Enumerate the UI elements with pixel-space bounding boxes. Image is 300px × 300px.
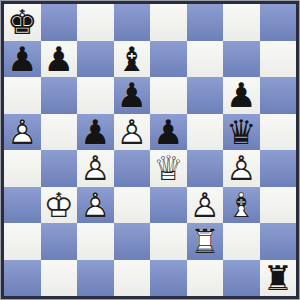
square-d3[interactable] bbox=[114, 187, 151, 224]
square-d6[interactable]: ♟ bbox=[114, 77, 151, 114]
square-a1[interactable] bbox=[4, 260, 41, 297]
square-e1[interactable] bbox=[150, 260, 187, 297]
white-pawn-icon[interactable]: ♟♙ bbox=[187, 187, 224, 224]
black-pawn-icon[interactable]: ♟ bbox=[77, 114, 114, 151]
square-a3[interactable] bbox=[4, 187, 41, 224]
square-f2[interactable]: ♜♖ bbox=[187, 223, 224, 260]
square-h7[interactable] bbox=[260, 41, 297, 78]
piece-glyph-outline: ♙ bbox=[187, 187, 224, 224]
square-b7[interactable]: ♟ bbox=[41, 41, 78, 78]
square-a5[interactable]: ♟♙ bbox=[4, 114, 41, 151]
square-g3[interactable]: ♝♗ bbox=[223, 187, 260, 224]
white-pawn-icon[interactable]: ♟♙ bbox=[223, 150, 260, 187]
square-d8[interactable] bbox=[114, 4, 151, 41]
piece-glyph-outline: ♕ bbox=[150, 150, 187, 187]
square-c6[interactable] bbox=[77, 77, 114, 114]
square-b8[interactable] bbox=[41, 4, 78, 41]
black-queen-icon[interactable]: ♛ bbox=[223, 114, 260, 151]
square-f7[interactable] bbox=[187, 41, 224, 78]
square-f1[interactable] bbox=[187, 260, 224, 297]
square-f4[interactable] bbox=[187, 150, 224, 187]
white-bishop-icon[interactable]: ♝♗ bbox=[223, 187, 260, 224]
square-e5[interactable]: ♟ bbox=[150, 114, 187, 151]
square-c1[interactable] bbox=[77, 260, 114, 297]
square-g5[interactable]: ♛ bbox=[223, 114, 260, 151]
square-c7[interactable] bbox=[77, 41, 114, 78]
white-pawn-icon[interactable]: ♟♙ bbox=[4, 114, 41, 151]
square-c2[interactable] bbox=[77, 223, 114, 260]
piece-glyph-outline: ♙ bbox=[223, 150, 260, 187]
square-b1[interactable] bbox=[41, 260, 78, 297]
square-a8[interactable]: ♚ bbox=[4, 4, 41, 41]
square-c3[interactable]: ♟♙ bbox=[77, 187, 114, 224]
black-rook-icon[interactable]: ♜ bbox=[260, 260, 297, 297]
square-f8[interactable] bbox=[187, 4, 224, 41]
square-b4[interactable] bbox=[41, 150, 78, 187]
square-e8[interactable] bbox=[150, 4, 187, 41]
black-pawn-icon[interactable]: ♟ bbox=[4, 41, 41, 78]
square-h1[interactable]: ♜ bbox=[260, 260, 297, 297]
chess-board: ♚♟♟♝♟♟♟♙♟♟♙♟♛♟♙♛♕♟♙♚♔♟♙♟♙♝♗♜♖♜ bbox=[4, 4, 296, 296]
square-g4[interactable]: ♟♙ bbox=[223, 150, 260, 187]
piece-glyph-outline: ♙ bbox=[77, 187, 114, 224]
black-king-icon[interactable]: ♚ bbox=[4, 4, 41, 41]
square-b3[interactable]: ♚♔ bbox=[41, 187, 78, 224]
white-rook-icon[interactable]: ♜♖ bbox=[187, 223, 224, 260]
piece-glyph-outline: ♙ bbox=[77, 150, 114, 187]
board-frame: ♚♟♟♝♟♟♟♙♟♟♙♟♛♟♙♛♕♟♙♚♔♟♙♟♙♝♗♜♖♜ bbox=[0, 0, 300, 300]
square-b6[interactable] bbox=[41, 77, 78, 114]
square-g1[interactable] bbox=[223, 260, 260, 297]
black-pawn-icon[interactable]: ♟ bbox=[223, 77, 260, 114]
square-e4[interactable]: ♛♕ bbox=[150, 150, 187, 187]
square-a6[interactable] bbox=[4, 77, 41, 114]
square-g7[interactable] bbox=[223, 41, 260, 78]
square-h4[interactable] bbox=[260, 150, 297, 187]
square-e7[interactable] bbox=[150, 41, 187, 78]
black-pawn-icon[interactable]: ♟ bbox=[150, 114, 187, 151]
white-king-icon[interactable]: ♚♔ bbox=[41, 187, 78, 224]
piece-glyph-outline: ♔ bbox=[41, 187, 78, 224]
square-g6[interactable]: ♟ bbox=[223, 77, 260, 114]
square-a4[interactable] bbox=[4, 150, 41, 187]
square-d4[interactable] bbox=[114, 150, 151, 187]
square-h3[interactable] bbox=[260, 187, 297, 224]
square-f3[interactable]: ♟♙ bbox=[187, 187, 224, 224]
square-b2[interactable] bbox=[41, 223, 78, 260]
square-c8[interactable] bbox=[77, 4, 114, 41]
square-e6[interactable] bbox=[150, 77, 187, 114]
square-f6[interactable] bbox=[187, 77, 224, 114]
square-g2[interactable] bbox=[223, 223, 260, 260]
piece-glyph-outline: ♖ bbox=[187, 223, 224, 260]
black-pawn-icon[interactable]: ♟ bbox=[41, 41, 78, 78]
square-d1[interactable] bbox=[114, 260, 151, 297]
square-a2[interactable] bbox=[4, 223, 41, 260]
square-b5[interactable] bbox=[41, 114, 78, 151]
square-d7[interactable]: ♝ bbox=[114, 41, 151, 78]
white-queen-icon[interactable]: ♛♕ bbox=[150, 150, 187, 187]
piece-glyph-outline: ♙ bbox=[4, 114, 41, 151]
square-c4[interactable]: ♟♙ bbox=[77, 150, 114, 187]
white-pawn-icon[interactable]: ♟♙ bbox=[77, 187, 114, 224]
white-pawn-icon[interactable]: ♟♙ bbox=[114, 114, 151, 151]
square-a7[interactable]: ♟ bbox=[4, 41, 41, 78]
square-h2[interactable] bbox=[260, 223, 297, 260]
square-e3[interactable] bbox=[150, 187, 187, 224]
square-g8[interactable] bbox=[223, 4, 260, 41]
square-h5[interactable] bbox=[260, 114, 297, 151]
square-h8[interactable] bbox=[260, 4, 297, 41]
square-d5[interactable]: ♟♙ bbox=[114, 114, 151, 151]
square-c5[interactable]: ♟ bbox=[77, 114, 114, 151]
black-bishop-icon[interactable]: ♝ bbox=[114, 41, 151, 78]
piece-glyph-outline: ♗ bbox=[223, 187, 260, 224]
square-f5[interactable] bbox=[187, 114, 224, 151]
white-pawn-icon[interactable]: ♟♙ bbox=[77, 150, 114, 187]
piece-glyph-outline: ♙ bbox=[114, 114, 151, 151]
square-d2[interactable] bbox=[114, 223, 151, 260]
square-e2[interactable] bbox=[150, 223, 187, 260]
square-h6[interactable] bbox=[260, 77, 297, 114]
black-pawn-icon[interactable]: ♟ bbox=[114, 77, 151, 114]
